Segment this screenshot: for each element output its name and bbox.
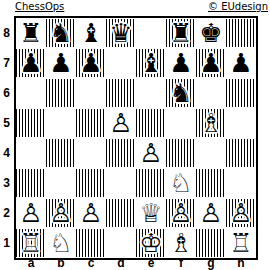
rank-label-6: 6 xyxy=(0,78,13,108)
square-f7[interactable]: ♟ xyxy=(166,48,196,78)
black-rook: ♜ xyxy=(166,18,196,48)
white-bishop: ♗ xyxy=(166,228,196,258)
white-pawn: ♙ xyxy=(106,108,136,138)
white-knight: ♘ xyxy=(46,228,76,258)
square-f2[interactable]: ♙ xyxy=(166,198,196,228)
white-pawn: ♙ xyxy=(76,198,106,228)
square-e5[interactable] xyxy=(136,108,166,138)
square-c3[interactable] xyxy=(76,168,106,198)
square-h1[interactable]: ♖ xyxy=(226,228,256,258)
square-h3[interactable] xyxy=(226,168,256,198)
rank-label-5: 5 xyxy=(0,108,13,138)
square-c8[interactable]: ♝ xyxy=(76,18,106,48)
white-pawn: ♙ xyxy=(166,198,196,228)
black-king: ♚ xyxy=(196,18,226,48)
white-rook: ♖ xyxy=(226,228,256,258)
square-e8[interactable] xyxy=(136,18,166,48)
black-queen: ♛ xyxy=(106,18,136,48)
square-b8[interactable]: ♞ xyxy=(46,18,76,48)
square-b3[interactable] xyxy=(46,168,76,198)
white-pawn: ♙ xyxy=(46,198,76,228)
square-h7[interactable]: ♟ xyxy=(226,48,256,78)
square-h6[interactable] xyxy=(226,78,256,108)
black-rook: ♜ xyxy=(16,18,46,48)
square-b1[interactable]: ♘ xyxy=(46,228,76,258)
chessops-window: ChessOps © EUdesign ♜♞♝♛♜♚♟♟♟♝♟♟♟♞♙♗♙♘♙♙… xyxy=(0,0,270,270)
square-d7[interactable] xyxy=(106,48,136,78)
square-b7[interactable]: ♟ xyxy=(46,48,76,78)
square-c6[interactable] xyxy=(76,78,106,108)
square-h8[interactable] xyxy=(226,18,256,48)
square-f4[interactable] xyxy=(166,138,196,168)
square-h2[interactable]: ♙ xyxy=(226,198,256,228)
square-a8[interactable]: ♜ xyxy=(16,18,46,48)
square-d4[interactable] xyxy=(106,138,136,168)
rank-label-1: 1 xyxy=(0,228,13,258)
square-g4[interactable] xyxy=(196,138,226,168)
black-bishop: ♝ xyxy=(76,18,106,48)
square-d3[interactable] xyxy=(106,168,136,198)
credit-label: © EUdesign xyxy=(208,0,268,14)
square-g2[interactable]: ♙ xyxy=(196,198,226,228)
file-label-e: e xyxy=(136,257,166,270)
app-title: ChessOps xyxy=(15,0,64,14)
square-d5[interactable]: ♙ xyxy=(106,108,136,138)
file-label-h: h xyxy=(226,257,256,270)
square-b5[interactable] xyxy=(46,108,76,138)
file-label-c: c xyxy=(76,257,106,270)
square-h5[interactable] xyxy=(226,108,256,138)
white-pawn: ♙ xyxy=(136,138,166,168)
square-d1[interactable] xyxy=(106,228,136,258)
white-bishop: ♗ xyxy=(196,108,226,138)
white-pawn: ♙ xyxy=(226,198,256,228)
square-e6[interactable] xyxy=(136,78,166,108)
square-a3[interactable] xyxy=(16,168,46,198)
square-c2[interactable]: ♙ xyxy=(76,198,106,228)
square-e7[interactable]: ♝ xyxy=(136,48,166,78)
file-label-b: b xyxy=(46,257,76,270)
square-d2[interactable] xyxy=(106,198,136,228)
square-c1[interactable] xyxy=(76,228,106,258)
black-pawn: ♟ xyxy=(196,48,226,78)
file-label-g: g xyxy=(196,257,226,270)
black-pawn: ♟ xyxy=(16,48,46,78)
square-b2[interactable]: ♙ xyxy=(46,198,76,228)
rank-label-8: 8 xyxy=(0,18,13,48)
black-pawn: ♟ xyxy=(226,48,256,78)
black-bishop: ♝ xyxy=(136,48,166,78)
square-c4[interactable] xyxy=(76,138,106,168)
square-g1[interactable] xyxy=(196,228,226,258)
square-a4[interactable] xyxy=(16,138,46,168)
square-f1[interactable]: ♗ xyxy=(166,228,196,258)
square-e1[interactable]: ♔ xyxy=(136,228,166,258)
white-pawn: ♙ xyxy=(196,198,226,228)
square-a5[interactable] xyxy=(16,108,46,138)
square-b6[interactable] xyxy=(46,78,76,108)
square-e3[interactable] xyxy=(136,168,166,198)
file-label-a: a xyxy=(16,257,46,270)
square-g5[interactable]: ♗ xyxy=(196,108,226,138)
square-c7[interactable]: ♟ xyxy=(76,48,106,78)
square-f6[interactable]: ♞ xyxy=(166,78,196,108)
white-king: ♔ xyxy=(136,228,166,258)
square-g6[interactable] xyxy=(196,78,226,108)
square-g8[interactable]: ♚ xyxy=(196,18,226,48)
square-a6[interactable] xyxy=(16,78,46,108)
square-d6[interactable] xyxy=(106,78,136,108)
white-knight: ♘ xyxy=(166,168,196,198)
black-pawn: ♟ xyxy=(166,48,196,78)
file-label-f: f xyxy=(166,257,196,270)
rank-label-4: 4 xyxy=(0,138,13,168)
rank-label-3: 3 xyxy=(0,168,13,198)
square-g7[interactable]: ♟ xyxy=(196,48,226,78)
white-rook: ♖ xyxy=(16,228,46,258)
square-b4[interactable] xyxy=(46,138,76,168)
square-a1[interactable]: ♖ xyxy=(16,228,46,258)
black-knight: ♞ xyxy=(46,18,76,48)
black-knight: ♞ xyxy=(166,78,196,108)
square-e4[interactable]: ♙ xyxy=(136,138,166,168)
white-pawn: ♙ xyxy=(16,198,46,228)
square-e2[interactable]: ♕ xyxy=(136,198,166,228)
square-f5[interactable] xyxy=(166,108,196,138)
rank-label-2: 2 xyxy=(0,198,13,228)
square-h4[interactable] xyxy=(226,138,256,168)
black-pawn: ♟ xyxy=(46,48,76,78)
square-f3[interactable]: ♘ xyxy=(166,168,196,198)
square-a2[interactable]: ♙ xyxy=(16,198,46,228)
square-g3[interactable] xyxy=(196,168,226,198)
rank-label-7: 7 xyxy=(0,48,13,78)
square-f8[interactable]: ♜ xyxy=(166,18,196,48)
chess-board: ♜♞♝♛♜♚♟♟♟♝♟♟♟♞♙♗♙♘♙♙♙♕♙♙♙♖♘♔♗♖ xyxy=(14,16,258,260)
black-pawn: ♟ xyxy=(76,48,106,78)
square-d8[interactable]: ♛ xyxy=(106,18,136,48)
square-c5[interactable] xyxy=(76,108,106,138)
white-queen: ♕ xyxy=(136,198,166,228)
square-a7[interactable]: ♟ xyxy=(16,48,46,78)
file-label-d: d xyxy=(106,257,136,270)
